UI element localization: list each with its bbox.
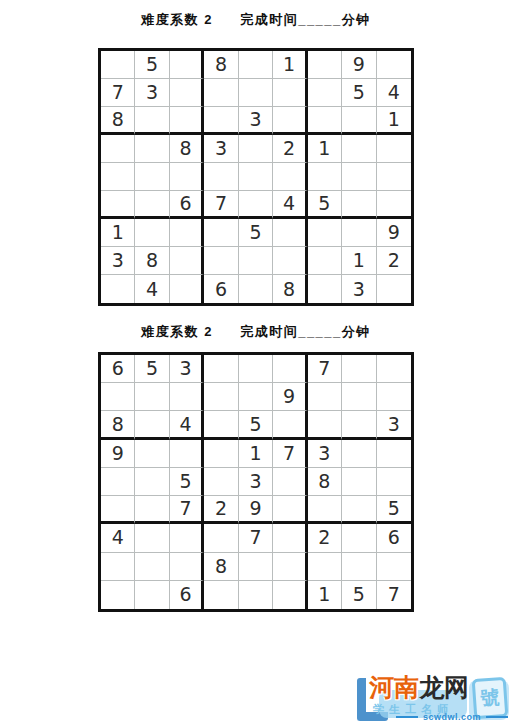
sudoku-cell-r6c4: 2 bbox=[204, 496, 238, 524]
sudoku-cell-r8c3 bbox=[170, 247, 204, 275]
sudoku-cell-r1c1: 6 bbox=[101, 355, 135, 383]
sudoku-cell-r9c3: 6 bbox=[170, 581, 204, 609]
puzzle-2-title: 难度系数 2 完成时间_____分钟 bbox=[0, 322, 512, 342]
sudoku-cell-r5c2 bbox=[135, 163, 169, 191]
puzzle-section-1: 难度系数 2 完成时间_____分钟 581973548318321674515… bbox=[0, 0, 512, 306]
sudoku-cell-r6c9 bbox=[377, 191, 411, 219]
sudoku-cell-r7c3 bbox=[170, 524, 204, 552]
sudoku-cell-r3c3: 4 bbox=[170, 411, 204, 439]
difficulty-label: 难度系数 2 bbox=[141, 12, 213, 27]
sudoku-cell-r6c8 bbox=[342, 191, 376, 219]
difficulty-label: 难度系数 2 bbox=[141, 324, 213, 339]
sudoku-cell-r8c1: 3 bbox=[101, 247, 135, 275]
sudoku-cell-r4c8 bbox=[342, 440, 376, 468]
sudoku-cell-r7c7: 2 bbox=[308, 524, 342, 552]
sudoku-cell-r5c5 bbox=[239, 163, 273, 191]
sudoku-cell-r8c2 bbox=[135, 553, 169, 581]
sudoku-cell-r7c6 bbox=[273, 219, 307, 247]
sudoku-cell-r7c2 bbox=[135, 219, 169, 247]
sudoku-cell-r1c9 bbox=[377, 355, 411, 383]
sudoku-cell-r4c3: 8 bbox=[170, 135, 204, 163]
sudoku-cell-r5c8 bbox=[342, 163, 376, 191]
sudoku-cell-r7c2 bbox=[135, 524, 169, 552]
completion-time-label: 完成时间_____分钟 bbox=[240, 12, 371, 27]
sudoku-cell-r2c5 bbox=[239, 79, 273, 107]
sudoku-cell-r5c9 bbox=[377, 468, 411, 496]
sudoku-cell-r2c1 bbox=[101, 383, 135, 411]
sudoku-cell-r2c4 bbox=[204, 79, 238, 107]
sudoku-cell-r8c8: 1 bbox=[342, 247, 376, 275]
sudoku-cell-r3c6 bbox=[273, 107, 307, 135]
sudoku-cell-r4c5 bbox=[239, 135, 273, 163]
sudoku-cell-r1c5 bbox=[239, 355, 273, 383]
sudoku-cell-r4c4: 3 bbox=[204, 135, 238, 163]
sudoku-board-1: 581973548318321674515938124683 bbox=[98, 48, 414, 306]
sudoku-cell-r4c7: 3 bbox=[308, 440, 342, 468]
sudoku-cell-r7c7 bbox=[308, 219, 342, 247]
sudoku-cell-r6c3: 7 bbox=[170, 496, 204, 524]
sudoku-cell-r8c8 bbox=[342, 553, 376, 581]
sudoku-cell-r1c4: 8 bbox=[204, 51, 238, 79]
sudoku-cell-r3c7 bbox=[308, 411, 342, 439]
sudoku-cell-r6c5 bbox=[239, 191, 273, 219]
sudoku-cell-r4c7: 1 bbox=[308, 135, 342, 163]
sudoku-cell-r8c9: 2 bbox=[377, 247, 411, 275]
sudoku-cell-r4c9 bbox=[377, 135, 411, 163]
sudoku-cell-r3c9: 3 bbox=[377, 411, 411, 439]
sudoku-cell-r7c8 bbox=[342, 219, 376, 247]
sudoku-cell-r5c3 bbox=[170, 163, 204, 191]
sudoku-cell-r3c5: 5 bbox=[239, 411, 273, 439]
sudoku-cell-r2c7 bbox=[308, 383, 342, 411]
sudoku-cell-r4c5: 1 bbox=[239, 440, 273, 468]
sudoku-cell-r4c4 bbox=[204, 440, 238, 468]
sudoku-cell-r8c6 bbox=[273, 247, 307, 275]
sudoku-cell-r3c1: 8 bbox=[101, 107, 135, 135]
sudoku-cell-r5c1 bbox=[101, 163, 135, 191]
sudoku-cell-r2c6 bbox=[273, 79, 307, 107]
sudoku-cell-r6c4: 7 bbox=[204, 191, 238, 219]
sudoku-cell-r1c9 bbox=[377, 51, 411, 79]
sudoku-cell-r2c3 bbox=[170, 383, 204, 411]
sudoku-cell-r6c7: 5 bbox=[308, 191, 342, 219]
sudoku-cell-r7c1: 1 bbox=[101, 219, 135, 247]
sudoku-cell-r9c4: 6 bbox=[204, 275, 238, 303]
sudoku-cell-r8c7 bbox=[308, 553, 342, 581]
sudoku-cell-r4c1 bbox=[101, 135, 135, 163]
sudoku-cell-r9c7: 1 bbox=[308, 581, 342, 609]
sudoku-cell-r8c7 bbox=[308, 247, 342, 275]
sudoku-cell-r9c8: 3 bbox=[342, 275, 376, 303]
sudoku-cell-r8c6 bbox=[273, 553, 307, 581]
sudoku-cell-r9c1 bbox=[101, 275, 135, 303]
sudoku-cell-r8c2: 8 bbox=[135, 247, 169, 275]
sudoku-cell-r3c6 bbox=[273, 411, 307, 439]
sudoku-cell-r9c9: 7 bbox=[377, 581, 411, 609]
sudoku-cell-r7c9: 9 bbox=[377, 219, 411, 247]
dash-line-icon bbox=[486, 716, 508, 718]
sudoku-cell-r6c3: 6 bbox=[170, 191, 204, 219]
sudoku-cell-r6c2 bbox=[135, 191, 169, 219]
sudoku-cell-r6c8 bbox=[342, 496, 376, 524]
sudoku-cell-r9c7 bbox=[308, 275, 342, 303]
sudoku-cell-r1c8: 9 bbox=[342, 51, 376, 79]
sudoku-cell-r9c6 bbox=[273, 581, 307, 609]
sudoku-cell-r5c8 bbox=[342, 468, 376, 496]
sudoku-cell-r5c7 bbox=[308, 163, 342, 191]
sudoku-cell-r6c6 bbox=[273, 496, 307, 524]
sudoku-cell-r2c9: 4 bbox=[377, 79, 411, 107]
sudoku-cell-r9c5 bbox=[239, 581, 273, 609]
sudoku-cell-r5c7: 8 bbox=[308, 468, 342, 496]
sudoku-cell-r7c6 bbox=[273, 524, 307, 552]
sudoku-cell-r4c3 bbox=[170, 440, 204, 468]
sudoku-cell-r4c6: 2 bbox=[273, 135, 307, 163]
sudoku-cell-r5c1 bbox=[101, 468, 135, 496]
sudoku-cell-r8c3 bbox=[170, 553, 204, 581]
sudoku-cell-r6c6: 4 bbox=[273, 191, 307, 219]
watermark-url: scwdwl.com bbox=[423, 712, 481, 722]
sudoku-cell-r1c6: 1 bbox=[273, 51, 307, 79]
sudoku-cell-r9c9 bbox=[377, 275, 411, 303]
sudoku-cell-r2c6: 9 bbox=[273, 383, 307, 411]
sudoku-cell-r3c8 bbox=[342, 107, 376, 135]
sudoku-cell-r4c1: 9 bbox=[101, 440, 135, 468]
sudoku-cell-r8c5 bbox=[239, 247, 273, 275]
sudoku-cell-r5c3: 5 bbox=[170, 468, 204, 496]
sudoku-cell-r7c8 bbox=[342, 524, 376, 552]
sudoku-cell-r7c5: 5 bbox=[239, 219, 273, 247]
sudoku-cell-r5c4 bbox=[204, 468, 238, 496]
sudoku-cell-r3c3 bbox=[170, 107, 204, 135]
sudoku-cell-r3c1: 8 bbox=[101, 411, 135, 439]
sudoku-cell-r2c7 bbox=[308, 79, 342, 107]
sudoku-cell-r2c9 bbox=[377, 383, 411, 411]
sudoku-cell-r9c5 bbox=[239, 275, 273, 303]
sudoku-cell-r2c5 bbox=[239, 383, 273, 411]
watermark-domain-line: scwdwl.com bbox=[396, 712, 508, 722]
sudoku-cell-r8c4 bbox=[204, 247, 238, 275]
sudoku-cell-r2c2 bbox=[135, 383, 169, 411]
sudoku-cell-r3c7 bbox=[308, 107, 342, 135]
sudoku-cell-r7c3 bbox=[170, 219, 204, 247]
sudoku-cell-r4c2 bbox=[135, 135, 169, 163]
sudoku-cell-r1c6 bbox=[273, 355, 307, 383]
sudoku-cell-r5c6 bbox=[273, 163, 307, 191]
sudoku-cell-r4c2 bbox=[135, 440, 169, 468]
sudoku-cell-r3c9: 1 bbox=[377, 107, 411, 135]
sudoku-cell-r4c9 bbox=[377, 440, 411, 468]
sudoku-cell-r8c9 bbox=[377, 553, 411, 581]
sudoku-cell-r2c8 bbox=[342, 383, 376, 411]
sudoku-cell-r5c6 bbox=[273, 468, 307, 496]
sudoku-cell-r9c3 bbox=[170, 275, 204, 303]
puzzle-1-title: 难度系数 2 完成时间_____分钟 bbox=[0, 0, 512, 30]
sudoku-cell-r6c1 bbox=[101, 191, 135, 219]
sudoku-cell-r7c4 bbox=[204, 219, 238, 247]
sudoku-cell-r6c9: 5 bbox=[377, 496, 411, 524]
watermark-name-part1: 河南 bbox=[369, 673, 419, 702]
sudoku-cell-r1c5 bbox=[239, 51, 273, 79]
sudoku-cell-r1c4 bbox=[204, 355, 238, 383]
sudoku-cell-r8c5 bbox=[239, 553, 273, 581]
sudoku-cell-r3c4 bbox=[204, 411, 238, 439]
sudoku-cell-r7c5: 7 bbox=[239, 524, 273, 552]
sudoku-cell-r6c1 bbox=[101, 496, 135, 524]
sudoku-cell-r6c5: 9 bbox=[239, 496, 273, 524]
sudoku-cell-r3c8 bbox=[342, 411, 376, 439]
sudoku-cell-r3c2 bbox=[135, 107, 169, 135]
sudoku-cell-r3c2 bbox=[135, 411, 169, 439]
sudoku-board-2: 65379845391735387295472686157 bbox=[98, 352, 414, 612]
sudoku-cell-r8c4: 8 bbox=[204, 553, 238, 581]
sudoku-cell-r2c8: 5 bbox=[342, 79, 376, 107]
sudoku-cell-r1c2: 5 bbox=[135, 51, 169, 79]
sudoku-cell-r9c6: 8 bbox=[273, 275, 307, 303]
sudoku-cell-r2c2: 3 bbox=[135, 79, 169, 107]
completion-time-label: 完成时间_____分钟 bbox=[240, 324, 371, 339]
sudoku-cell-r2c1: 7 bbox=[101, 79, 135, 107]
sudoku-cell-r1c7 bbox=[308, 51, 342, 79]
sudoku-cell-r4c6: 7 bbox=[273, 440, 307, 468]
sudoku-cell-r5c9 bbox=[377, 163, 411, 191]
sudoku-worksheet-page: 难度系数 2 完成时间_____分钟 581973548318321674515… bbox=[0, 0, 512, 724]
site-watermark: 河南龙网 號 学生工名师 scwdwl.com bbox=[355, 648, 512, 724]
sudoku-cell-r3c4 bbox=[204, 107, 238, 135]
sudoku-cell-r9c4 bbox=[204, 581, 238, 609]
watermark-site-name: 河南龙网 bbox=[369, 675, 469, 700]
sudoku-cell-r1c3 bbox=[170, 51, 204, 79]
sudoku-cell-r6c7 bbox=[308, 496, 342, 524]
sudoku-cell-r7c4 bbox=[204, 524, 238, 552]
sudoku-cell-r9c1 bbox=[101, 581, 135, 609]
sudoku-cell-r1c2: 5 bbox=[135, 355, 169, 383]
sudoku-cell-r5c2 bbox=[135, 468, 169, 496]
sudoku-cell-r9c2: 4 bbox=[135, 275, 169, 303]
sudoku-cell-r5c5: 3 bbox=[239, 468, 273, 496]
sudoku-cell-r5c4 bbox=[204, 163, 238, 191]
sudoku-cell-r6c2 bbox=[135, 496, 169, 524]
sudoku-cell-r1c7: 7 bbox=[308, 355, 342, 383]
sudoku-cell-r9c2 bbox=[135, 581, 169, 609]
dash-line-icon bbox=[396, 716, 418, 718]
sudoku-cell-r2c4 bbox=[204, 383, 238, 411]
sudoku-cell-r9c8: 5 bbox=[342, 581, 376, 609]
sudoku-cell-r3c5: 3 bbox=[239, 107, 273, 135]
sudoku-cell-r2c3 bbox=[170, 79, 204, 107]
sudoku-cell-r1c8 bbox=[342, 355, 376, 383]
sudoku-cell-r1c1 bbox=[101, 51, 135, 79]
watermark-name-part2: 龙网 bbox=[419, 673, 469, 702]
sudoku-cell-r1c3: 3 bbox=[170, 355, 204, 383]
sudoku-cell-r7c1: 4 bbox=[101, 524, 135, 552]
sudoku-cell-r7c9: 6 bbox=[377, 524, 411, 552]
puzzle-section-2: 难度系数 2 完成时间_____分钟 653798453917353872954… bbox=[0, 322, 512, 612]
sudoku-cell-r4c8 bbox=[342, 135, 376, 163]
sudoku-cell-r8c1 bbox=[101, 553, 135, 581]
